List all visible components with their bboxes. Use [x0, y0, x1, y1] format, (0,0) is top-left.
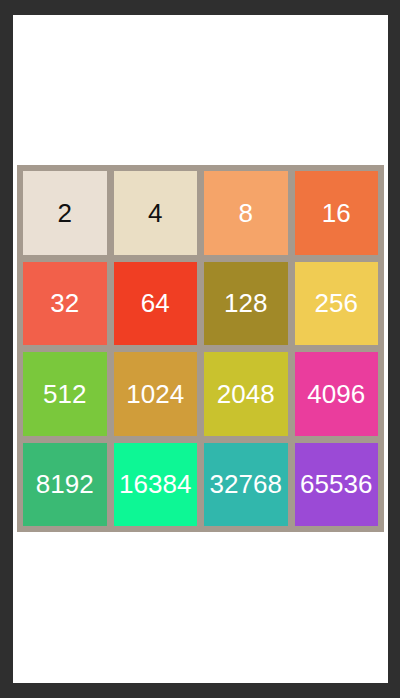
- tile-65536: 65536: [295, 443, 379, 527]
- board-grid[interactable]: 2 4 8 16 32 64 128 256 512 1024 2048 409…: [17, 165, 384, 532]
- tile-2048: 2048: [204, 352, 288, 436]
- page-background: 2 4 8 16 32 64 128 256 512 1024 2048 409…: [13, 15, 388, 683]
- tile-64: 64: [114, 262, 198, 346]
- tile-32: 32: [23, 262, 107, 346]
- tile-512: 512: [23, 352, 107, 436]
- tile-16: 16: [295, 171, 379, 255]
- tile-128: 128: [204, 262, 288, 346]
- tile-2: 2: [23, 171, 107, 255]
- tile-4: 4: [114, 171, 198, 255]
- tile-4096: 4096: [295, 352, 379, 436]
- tile-8192: 8192: [23, 443, 107, 527]
- tile-8: 8: [204, 171, 288, 255]
- tile-256: 256: [295, 262, 379, 346]
- tile-1024: 1024: [114, 352, 198, 436]
- window-frame: { "game": "2048", "position": "2 4 8 16 …: [0, 0, 400, 698]
- tile-32768: 32768: [204, 443, 288, 527]
- tile-16384: 16384: [114, 443, 198, 527]
